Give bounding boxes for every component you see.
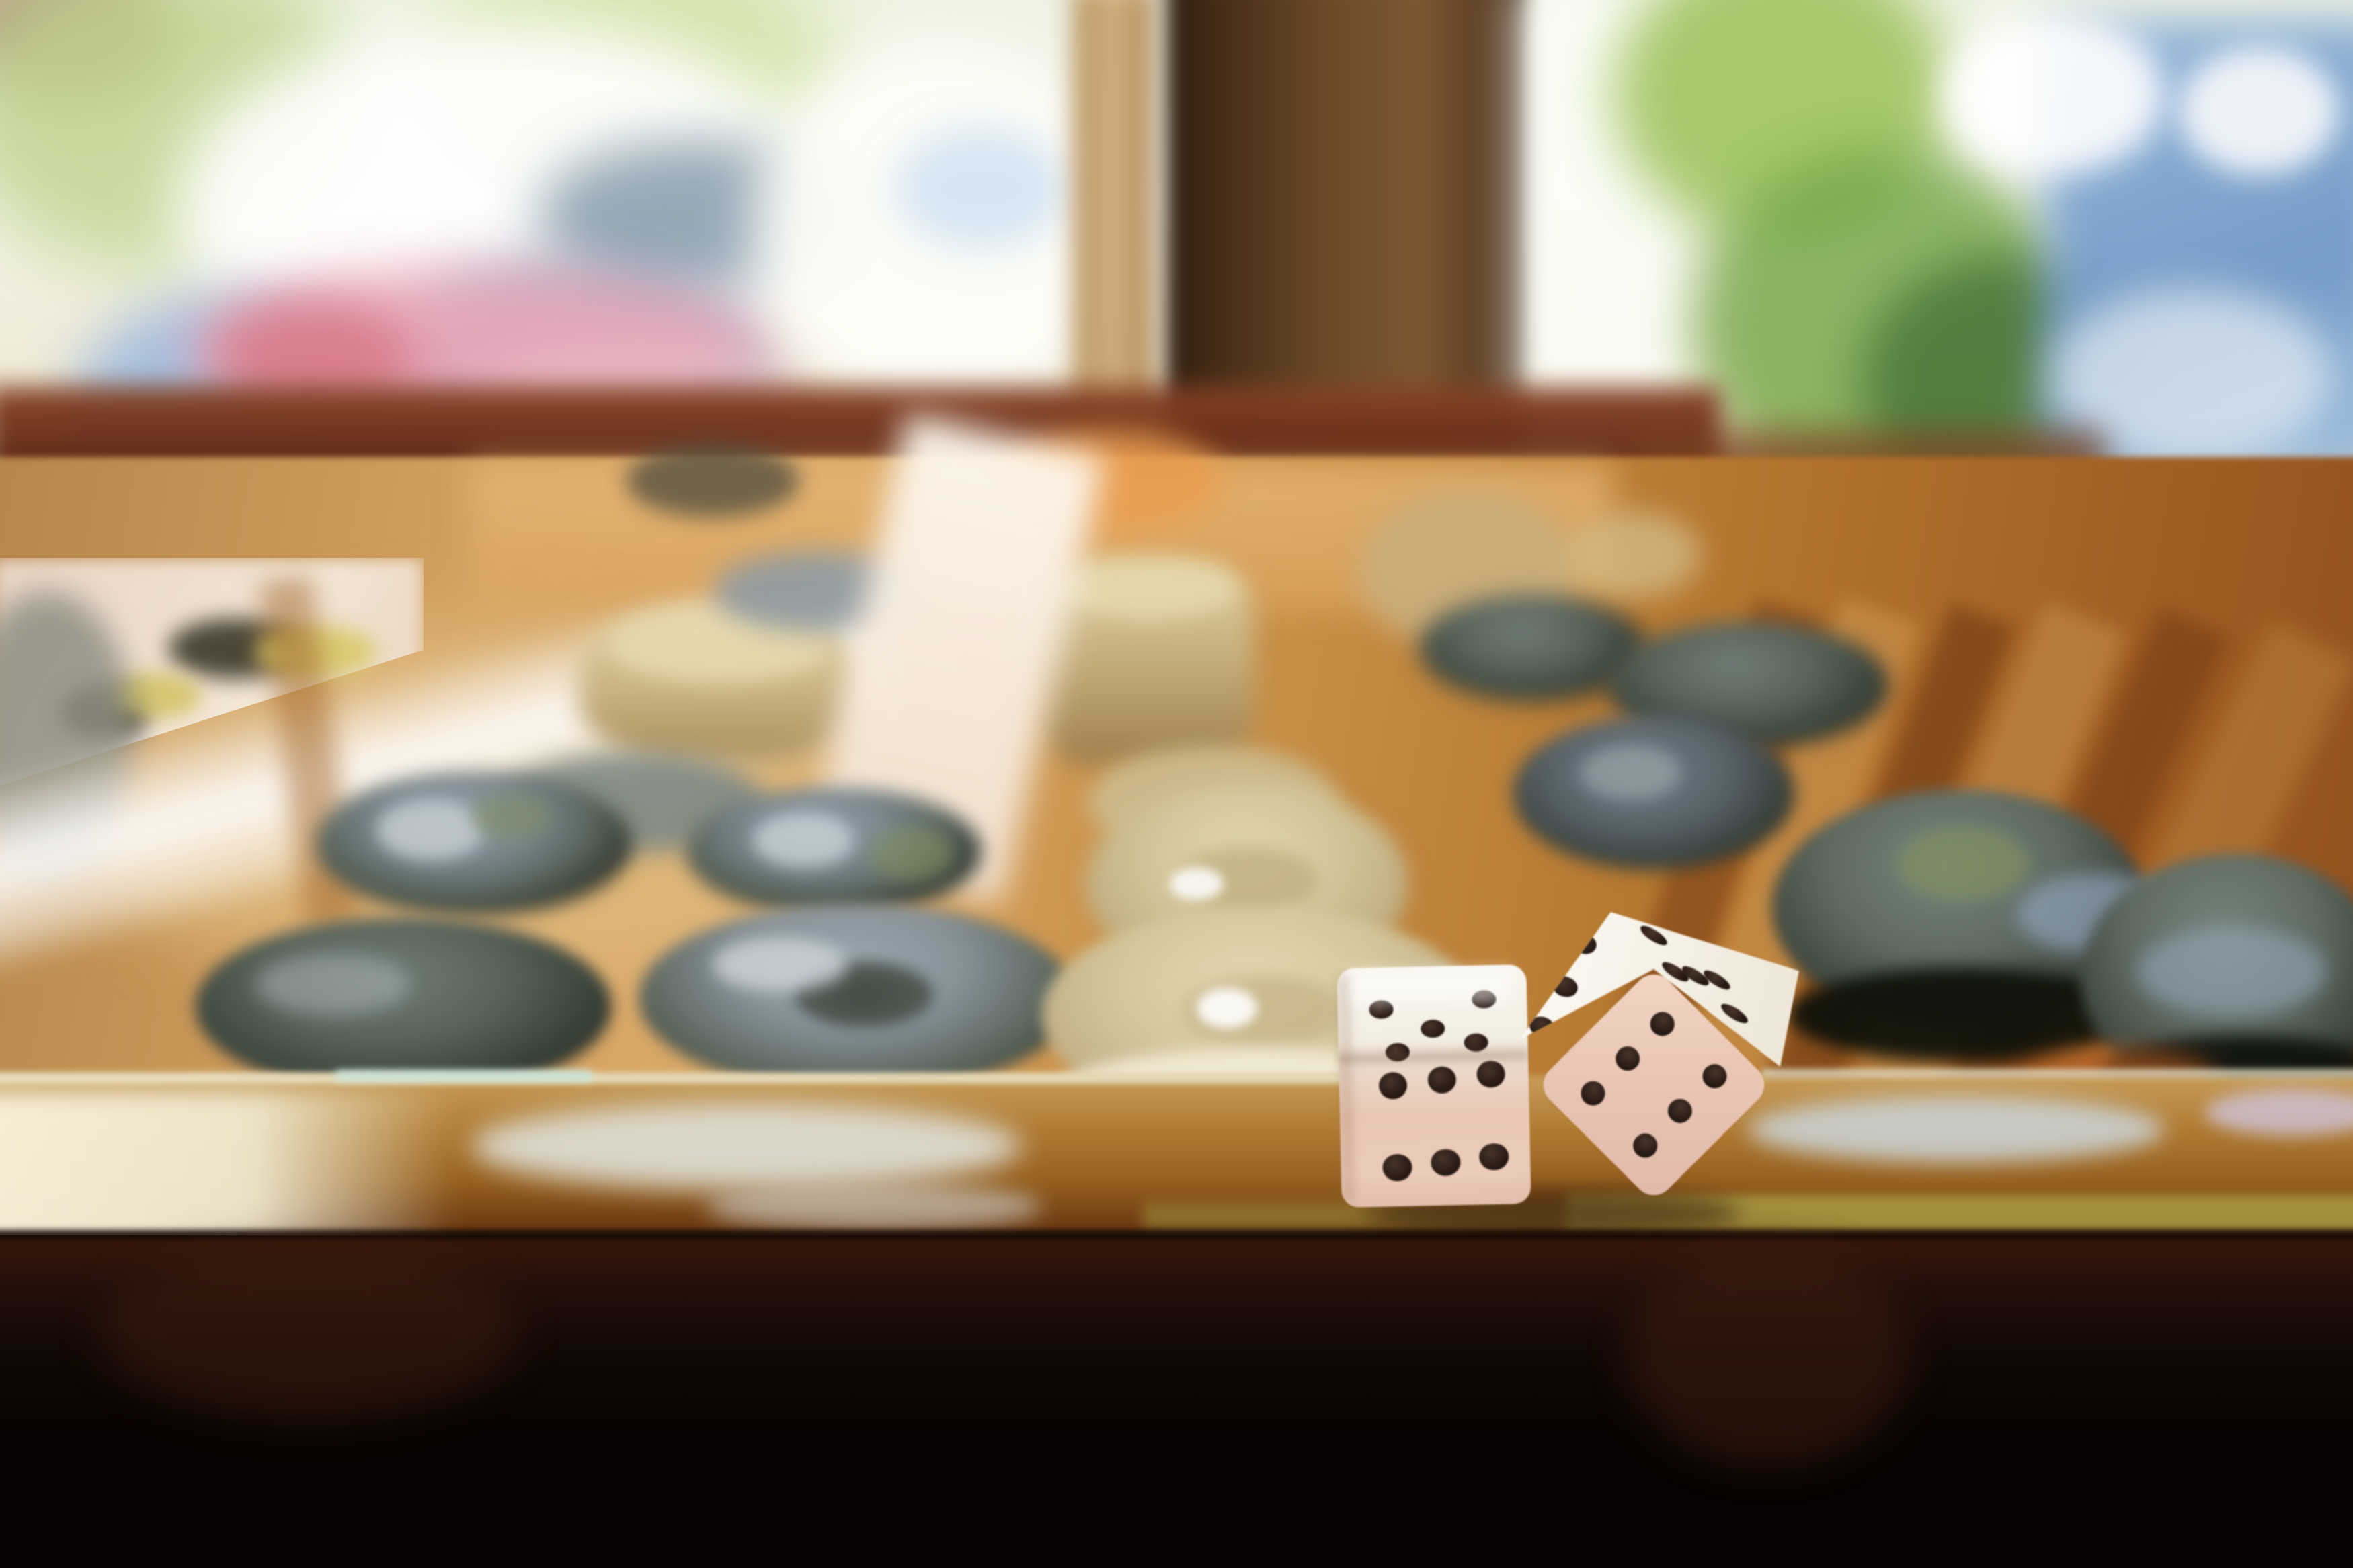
die-left-body-pip-6 (1379, 1072, 1408, 1100)
die-left (1337, 964, 1531, 1208)
bokeh-white-spark-r1 (1943, 13, 2165, 175)
rail-sheen-mid (471, 1102, 1022, 1190)
backgammon-photo-scene (0, 0, 2353, 1568)
checker-dark-J-blue (2138, 927, 2326, 1015)
die-right-pink-front-pip-1 (1645, 1007, 1679, 1041)
rail-front-sheen-left (101, 1243, 518, 1418)
die-right-white-cap-pip-4 (1638, 923, 1669, 948)
checker-dark-A-highlight (376, 800, 484, 860)
checker-dark-I-green (1896, 827, 2030, 901)
stack-tan-tall-top (1055, 558, 1237, 618)
rail-edge-line (0, 1073, 1398, 1083)
die-right-pink-front-pip-3 (1576, 1076, 1610, 1110)
die-right-pink-front-pip-4 (1698, 1059, 1732, 1094)
wood-post (1073, 0, 1154, 417)
die-left-top-sheen (1350, 968, 1512, 1005)
die-left-body-pip-9 (1382, 1154, 1412, 1182)
rail-front-edge-dark (0, 1230, 2353, 1239)
die-right-white-cap-pip-1 (1568, 930, 1599, 957)
checker-dark-C-highlight (255, 954, 410, 1015)
die-right-pink-front-pip-2 (1611, 1042, 1645, 1076)
checker-dark-B-highlight (753, 813, 854, 867)
die-left-body-pip-3 (1421, 1019, 1445, 1038)
checker-dark-D-highlight (713, 938, 847, 991)
die-right-white-cap-pip-2 (1550, 973, 1580, 1000)
rail-edge-cyan (336, 1070, 592, 1082)
checker-tan-F-glint (1170, 867, 1224, 901)
checker-tan-G-glint (1197, 988, 1257, 1028)
checker-dark-C (195, 917, 612, 1096)
rail-bright-left (0, 1089, 457, 1250)
checker-dark-far-row (625, 444, 800, 518)
die-right-pink-front-pip-5 (1663, 1094, 1697, 1128)
rail-front-sheen-center (1627, 1243, 1909, 1465)
die-right-pink-front-pip-6 (1628, 1128, 1663, 1163)
rail-sheen-right (1748, 1096, 2165, 1163)
checker-tan-far-right2 (1566, 511, 1701, 598)
rail-sheen-mid2 (706, 1183, 1042, 1230)
die-left-body-pip-8 (1476, 1061, 1505, 1088)
die-right-white-cap-pip-8 (1718, 1001, 1750, 1026)
die-left-body-pip-7 (1427, 1066, 1456, 1094)
bokeh-lightblue-center (894, 128, 1069, 249)
checker-dark-A-green (471, 793, 551, 840)
bokeh-white-spark-r2 (2178, 47, 2340, 175)
checker-dark-B-green (867, 827, 955, 880)
checker-dark-H-highlight (1580, 746, 1681, 800)
rail-edge-line-right (1761, 1069, 2353, 1078)
die-left-body-pip-11 (1479, 1143, 1509, 1171)
die-right (1511, 909, 1800, 1206)
die-left-body-pip-5 (1464, 1033, 1488, 1052)
die-right-white-cap-pip-3 (1527, 1014, 1557, 1040)
die-left-body-pip-10 (1431, 1149, 1461, 1176)
